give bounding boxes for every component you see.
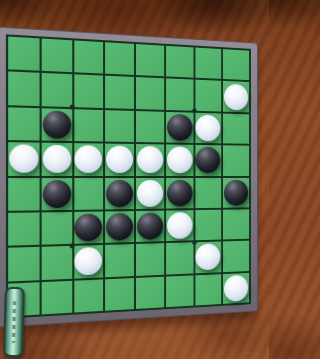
cell-e5[interactable] [136,177,164,208]
cell-e1[interactable] [136,44,164,77]
cell-b7[interactable] [41,246,71,280]
cell-c8[interactable] [74,279,103,313]
board-grid [6,34,251,318]
cell-e8[interactable] [136,276,164,309]
cell-c6[interactable] [74,211,103,244]
cell-g8[interactable] [195,274,222,306]
cell-g2[interactable] [195,80,222,111]
cell-c3[interactable] [74,109,103,142]
white-disc [167,212,193,239]
cell-a1[interactable] [8,37,39,72]
cell-e7[interactable] [136,243,164,275]
cell-b5[interactable] [41,178,71,211]
cell-g7[interactable] [195,242,222,273]
cell-d5[interactable] [105,178,134,210]
cell-f1[interactable] [166,46,193,78]
cell-g1[interactable] [195,48,222,80]
cell-f2[interactable] [166,79,193,111]
cell-h7[interactable] [223,241,249,272]
cell-h1[interactable] [223,49,249,80]
cell-f5[interactable] [166,177,193,208]
cell-c1[interactable] [74,40,103,74]
cell-b6[interactable] [41,212,71,245]
cell-a6[interactable] [8,212,39,246]
cell-h2[interactable] [223,81,249,112]
black-disc [75,214,103,242]
side-tab-marking [12,301,16,343]
white-disc [9,145,38,174]
cell-d3[interactable] [105,110,134,142]
cell-f8[interactable] [166,275,193,307]
cell-g6[interactable] [195,210,222,241]
white-disc [75,247,103,276]
white-disc [167,147,193,174]
black-disc [167,114,193,141]
othello-board [0,27,257,326]
cell-d6[interactable] [105,211,134,243]
white-disc [224,83,248,110]
cell-d7[interactable] [105,244,134,277]
side-tab-handle[interactable] [3,287,25,357]
cell-d8[interactable] [105,278,134,311]
cell-h8[interactable] [223,273,249,304]
cell-g4[interactable] [195,145,222,176]
cell-g3[interactable] [195,113,222,144]
white-disc [224,275,248,302]
white-disc [196,115,221,142]
cell-h3[interactable] [223,113,249,144]
cell-f4[interactable] [166,145,193,176]
cell-d2[interactable] [105,76,134,109]
cell-e3[interactable] [136,111,164,143]
white-disc [75,145,103,173]
cell-h4[interactable] [223,145,249,175]
cell-e6[interactable] [136,210,164,242]
white-disc [137,146,163,173]
black-disc [167,180,193,207]
black-disc [106,213,133,241]
white-disc [42,145,70,173]
cell-h5[interactable] [223,177,249,207]
cell-a3[interactable] [8,107,39,141]
black-disc [106,180,133,207]
black-disc [137,213,163,240]
cell-a2[interactable] [8,72,39,106]
cell-e4[interactable] [136,144,164,175]
cell-f3[interactable] [166,112,193,143]
cell-d4[interactable] [105,144,134,176]
cell-a4[interactable] [8,142,39,175]
black-disc [42,110,70,139]
cell-b8[interactable] [41,280,71,314]
cell-c4[interactable] [74,143,103,175]
cell-g5[interactable] [195,177,222,208]
white-disc [106,146,133,173]
black-disc [224,180,248,206]
black-disc [196,147,221,173]
cell-c5[interactable] [74,178,103,210]
cell-b1[interactable] [41,39,71,73]
cell-c7[interactable] [74,245,103,278]
cell-f6[interactable] [166,210,193,241]
cell-e2[interactable] [136,77,164,109]
cell-a7[interactable] [8,247,39,281]
cell-f7[interactable] [166,243,193,275]
cell-a5[interactable] [8,178,39,211]
cell-b4[interactable] [41,143,71,176]
cell-c2[interactable] [74,75,103,108]
cell-h6[interactable] [223,209,249,240]
black-disc [42,180,70,208]
white-disc [196,244,221,271]
game-scene [0,0,269,359]
cell-b3[interactable] [41,108,71,141]
white-disc [137,180,163,207]
cell-b2[interactable] [41,73,71,107]
cell-d1[interactable] [105,42,134,75]
